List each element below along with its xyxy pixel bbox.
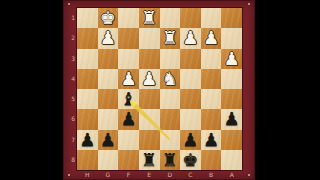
piece-wP-a3[interactable]: ♟ <box>224 49 240 67</box>
file-label-f: f <box>124 172 134 178</box>
piece-bP-c7[interactable]: ♟ <box>182 130 198 148</box>
square-c1[interactable] <box>180 8 201 28</box>
square-a4[interactable] <box>221 69 242 89</box>
file-label-d: d <box>165 172 175 178</box>
rank-label-3: 3 <box>63 56 75 62</box>
square-d6[interactable] <box>160 109 181 129</box>
square-h5[interactable] <box>77 89 98 109</box>
piece-wP-f4[interactable]: ♟ <box>120 69 136 87</box>
square-d5[interactable] <box>160 89 181 109</box>
square-e2[interactable] <box>139 28 160 48</box>
square-c4[interactable] <box>180 69 201 89</box>
square-c7[interactable]: ♟ <box>180 130 201 150</box>
square-f3[interactable] <box>118 49 139 69</box>
piece-wP-g2[interactable]: ♟ <box>100 29 116 47</box>
file-label-a: a <box>227 172 237 178</box>
frame-corner-dot <box>248 174 250 176</box>
piece-bR-d8[interactable]: ♜ <box>162 150 178 168</box>
square-a7[interactable] <box>221 130 242 150</box>
chessboard-frame: ♚♜♟♜♟♟♟♟♟♞♝♟♟♟♟♟♟♜♜♚ 12345678 hgfedcba <box>63 0 255 180</box>
square-b4[interactable] <box>201 69 222 89</box>
square-g3[interactable] <box>98 49 119 69</box>
square-b5[interactable] <box>201 89 222 109</box>
square-f1[interactable] <box>118 8 139 28</box>
square-b8[interactable] <box>201 150 222 170</box>
square-e1[interactable]: ♜ <box>139 8 160 28</box>
piece-bP-g7[interactable]: ♟ <box>100 130 116 148</box>
rank-label-7: 7 <box>63 137 75 143</box>
file-label-b: b <box>206 172 216 178</box>
piece-wP-e4[interactable]: ♟ <box>141 69 157 87</box>
square-d1[interactable] <box>160 8 181 28</box>
square-a8[interactable] <box>221 150 242 170</box>
square-c8[interactable]: ♚ <box>180 150 201 170</box>
square-f5[interactable]: ♝ <box>118 89 139 109</box>
square-g8[interactable] <box>98 150 119 170</box>
piece-wP-c2[interactable]: ♟ <box>182 29 198 47</box>
rank-label-8: 8 <box>63 157 75 163</box>
square-e5[interactable] <box>139 89 160 109</box>
square-a1[interactable] <box>221 8 242 28</box>
square-g4[interactable] <box>98 69 119 89</box>
square-h8[interactable] <box>77 150 98 170</box>
square-c5[interactable] <box>180 89 201 109</box>
file-label-e: e <box>144 172 154 178</box>
piece-bP-h7[interactable]: ♟ <box>79 130 95 148</box>
square-e6[interactable] <box>139 109 160 129</box>
square-a5[interactable] <box>221 89 242 109</box>
square-h2[interactable] <box>77 28 98 48</box>
frame-corner-dot <box>68 3 70 5</box>
square-f8[interactable] <box>118 150 139 170</box>
file-labels: hgfedcba <box>77 170 242 180</box>
square-e7[interactable] <box>139 130 160 150</box>
piece-bR-e8[interactable]: ♜ <box>141 150 157 168</box>
file-label-g: g <box>103 172 113 178</box>
square-h7[interactable]: ♟ <box>77 130 98 150</box>
square-a2[interactable] <box>221 28 242 48</box>
square-h6[interactable] <box>77 109 98 129</box>
square-a6[interactable]: ♟ <box>221 109 242 129</box>
piece-bP-f6[interactable]: ♟ <box>120 110 136 128</box>
square-g5[interactable] <box>98 89 119 109</box>
square-c2[interactable]: ♟ <box>180 28 201 48</box>
rank-label-2: 2 <box>63 35 75 41</box>
square-d2[interactable]: ♜ <box>160 28 181 48</box>
chessboard[interactable]: ♚♜♟♜♟♟♟♟♟♞♝♟♟♟♟♟♟♜♜♚ <box>77 8 242 170</box>
file-label-c: c <box>185 172 195 178</box>
piece-bP-b7[interactable]: ♟ <box>203 130 219 148</box>
square-f6[interactable]: ♟ <box>118 109 139 129</box>
square-f7[interactable] <box>118 130 139 150</box>
square-h3[interactable] <box>77 49 98 69</box>
square-c3[interactable] <box>180 49 201 69</box>
piece-wR-e1[interactable]: ♜ <box>141 9 157 27</box>
square-c6[interactable] <box>180 109 201 129</box>
frame-corner-dot <box>68 174 70 176</box>
piece-bK-c8[interactable]: ♚ <box>182 150 198 168</box>
piece-bP-a6[interactable]: ♟ <box>224 110 240 128</box>
square-e4[interactable]: ♟ <box>139 69 160 89</box>
square-h1[interactable] <box>77 8 98 28</box>
rank-labels: 12345678 <box>63 8 75 170</box>
frame-corner-dot <box>248 3 250 5</box>
square-g6[interactable] <box>98 109 119 129</box>
rank-label-1: 1 <box>63 15 75 21</box>
piece-wR-d2[interactable]: ♜ <box>162 29 178 47</box>
square-d4[interactable]: ♞ <box>160 69 181 89</box>
square-d7[interactable] <box>160 130 181 150</box>
rank-label-5: 5 <box>63 96 75 102</box>
rank-label-4: 4 <box>63 76 75 82</box>
square-d8[interactable]: ♜ <box>160 150 181 170</box>
piece-wK-g1[interactable]: ♚ <box>100 9 116 27</box>
file-label-h: h <box>82 172 92 178</box>
square-f2[interactable] <box>118 28 139 48</box>
rank-label-6: 6 <box>63 116 75 122</box>
square-b2[interactable]: ♟ <box>201 28 222 48</box>
piece-wP-b2[interactable]: ♟ <box>203 29 219 47</box>
square-b1[interactable] <box>201 8 222 28</box>
square-g7[interactable]: ♟ <box>98 130 119 150</box>
piece-bB-f5[interactable]: ♝ <box>120 90 136 108</box>
square-g1[interactable]: ♚ <box>98 8 119 28</box>
square-d3[interactable] <box>160 49 181 69</box>
square-b7[interactable]: ♟ <box>201 130 222 150</box>
square-g2[interactable]: ♟ <box>98 28 119 48</box>
square-e8[interactable]: ♜ <box>139 150 160 170</box>
square-f4[interactable]: ♟ <box>118 69 139 89</box>
video-frame: ♚♜♟♜♟♟♟♟♟♞♝♟♟♟♟♟♟♜♜♚ 12345678 hgfedcba <box>0 0 320 180</box>
square-a3[interactable]: ♟ <box>221 49 242 69</box>
piece-wN-d4[interactable]: ♞ <box>162 69 178 87</box>
square-b6[interactable] <box>201 109 222 129</box>
square-h4[interactable] <box>77 69 98 89</box>
square-b3[interactable] <box>201 49 222 69</box>
square-e3[interactable] <box>139 49 160 69</box>
